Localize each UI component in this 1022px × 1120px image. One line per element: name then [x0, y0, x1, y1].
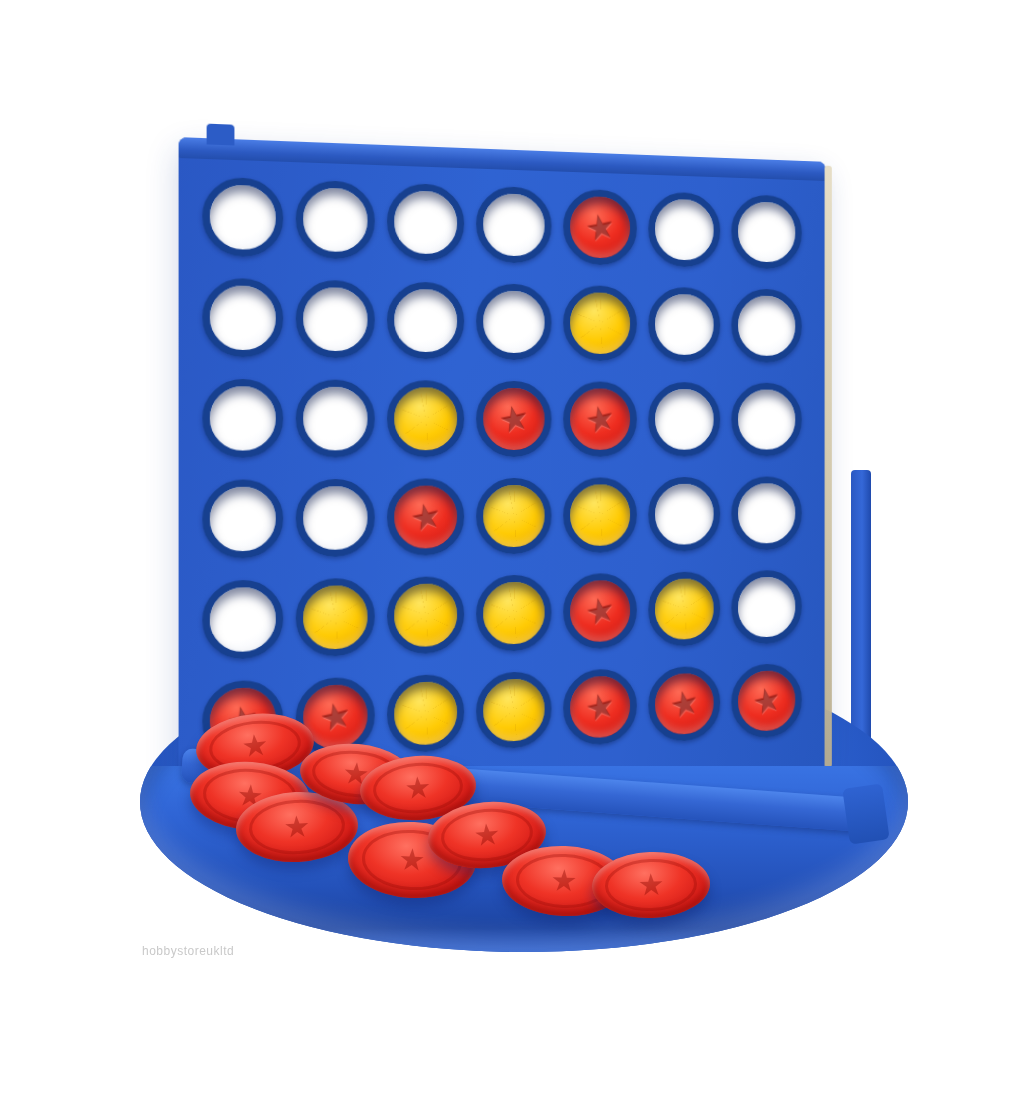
board-grid: ★★★★★★★★★★	[196, 165, 807, 772]
empty-hole	[476, 185, 551, 263]
empty-hole	[387, 281, 464, 359]
star-emboss-icon: ★	[398, 844, 426, 875]
cell-c3-r2[interactable]	[381, 270, 470, 370]
empty-hole	[731, 288, 801, 363]
cell-c2-r2[interactable]	[289, 268, 380, 369]
cell-c3-r5[interactable]	[381, 565, 470, 665]
yellow-disc	[296, 577, 375, 657]
empty-hole	[648, 381, 720, 456]
empty-hole	[296, 279, 375, 358]
cell-c5-r1[interactable]: ★	[557, 177, 642, 275]
cell-c7-r1[interactable]	[726, 183, 807, 279]
empty-hole	[648, 476, 720, 551]
star-emboss-icon: ★	[316, 695, 354, 736]
star-emboss-icon: ★	[283, 811, 311, 842]
cell-c3-r4[interactable]: ★	[381, 467, 470, 566]
cell-c5-r2[interactable]	[557, 274, 642, 371]
photo-stage: ★★★★★★★★★★ ★★★★★★★★★ hobbystoreukltd	[0, 0, 1022, 1120]
star-emboss-icon: ★	[404, 772, 433, 804]
cell-c2-r4[interactable]	[289, 468, 380, 568]
red-disc: ★	[476, 380, 551, 456]
top-left-tab	[207, 124, 235, 146]
cell-c1-r5[interactable]	[196, 568, 290, 671]
empty-hole	[731, 476, 801, 550]
cell-c6-r3[interactable]	[643, 371, 726, 466]
cell-c4-r4[interactable]	[470, 467, 557, 565]
right-support-foot	[842, 783, 889, 844]
watermark-text: hobbystoreukltd	[142, 944, 234, 958]
empty-hole	[202, 378, 283, 457]
red-disc: ★	[563, 188, 637, 265]
empty-hole	[296, 478, 375, 557]
empty-hole	[202, 479, 283, 559]
star-emboss-icon: ★	[637, 870, 665, 901]
cell-c1-r3[interactable]	[196, 367, 290, 468]
red-disc: ★	[648, 665, 720, 742]
cell-c6-r1[interactable]	[643, 180, 726, 277]
empty-hole	[731, 194, 801, 269]
empty-hole	[648, 191, 720, 267]
cell-c2-r1[interactable]	[289, 168, 380, 270]
cell-c4-r6[interactable]	[470, 660, 557, 760]
cell-c1-r2[interactable]	[196, 266, 290, 368]
star-emboss-icon: ★	[582, 686, 618, 726]
board-panel: ★★★★★★★★★★	[179, 137, 826, 800]
star-emboss-icon: ★	[496, 399, 533, 439]
cell-c5-r5[interactable]: ★	[557, 562, 642, 660]
yellow-disc	[648, 571, 720, 647]
side-edge	[825, 166, 832, 768]
cell-c1-r4[interactable]	[196, 468, 290, 570]
cell-c5-r6[interactable]: ★	[557, 657, 642, 756]
yellow-disc	[476, 477, 551, 554]
cell-c7-r5[interactable]	[726, 559, 807, 655]
star-emboss-icon: ★	[550, 866, 578, 897]
star-emboss-icon: ★	[667, 684, 702, 723]
yellow-disc	[387, 575, 464, 654]
empty-hole	[296, 379, 375, 457]
cell-c6-r4[interactable]	[643, 466, 726, 562]
cell-c3-r1[interactable]	[381, 171, 470, 272]
empty-hole	[476, 283, 551, 360]
star-emboss-icon: ★	[750, 681, 784, 720]
cell-c6-r5[interactable]	[643, 560, 726, 657]
empty-hole	[296, 179, 375, 259]
cell-c2-r5[interactable]	[289, 566, 380, 668]
star-emboss-icon: ★	[240, 730, 270, 763]
cell-c5-r3[interactable]: ★	[557, 370, 642, 466]
cell-c7-r4[interactable]	[726, 466, 807, 561]
empty-hole	[387, 182, 464, 261]
star-emboss-icon: ★	[472, 819, 501, 851]
cell-c7-r2[interactable]	[726, 278, 807, 373]
cell-c5-r4[interactable]	[557, 466, 642, 563]
star-emboss-icon: ★	[582, 399, 618, 438]
red-disc: ★	[731, 662, 801, 738]
cell-c4-r3[interactable]: ★	[470, 370, 557, 468]
yellow-disc	[563, 477, 637, 553]
yellow-disc	[476, 574, 551, 652]
star-emboss-icon: ★	[582, 591, 618, 631]
cell-c7-r3[interactable]	[726, 372, 807, 466]
empty-hole	[731, 382, 801, 456]
star-emboss-icon: ★	[407, 496, 444, 536]
cell-c3-r6[interactable]	[381, 662, 470, 763]
empty-hole	[731, 569, 801, 644]
cell-c2-r3[interactable]	[289, 368, 380, 468]
yellow-disc	[387, 673, 464, 753]
yellow-disc	[476, 670, 551, 749]
cell-c6-r6[interactable]: ★	[643, 655, 726, 753]
cell-c3-r3[interactable]	[381, 369, 470, 468]
empty-hole	[202, 176, 283, 257]
cell-c1-r1[interactable]	[196, 165, 290, 268]
red-disc: ★	[387, 478, 464, 556]
empty-hole	[202, 277, 283, 357]
red-disc: ★	[563, 381, 637, 457]
red-disc: ★	[563, 668, 637, 746]
empty-hole	[648, 286, 720, 361]
red-disc: ★	[563, 572, 637, 649]
star-emboss-icon: ★	[582, 208, 618, 247]
cell-c4-r5[interactable]	[470, 563, 557, 662]
yellow-disc	[563, 284, 637, 360]
cell-c6-r2[interactable]	[643, 276, 726, 372]
cell-c7-r6[interactable]: ★	[726, 652, 807, 749]
empty-hole	[202, 579, 283, 660]
cell-c4-r2[interactable]	[470, 272, 557, 370]
cell-c4-r1[interactable]	[470, 174, 557, 273]
yellow-disc	[387, 380, 464, 457]
